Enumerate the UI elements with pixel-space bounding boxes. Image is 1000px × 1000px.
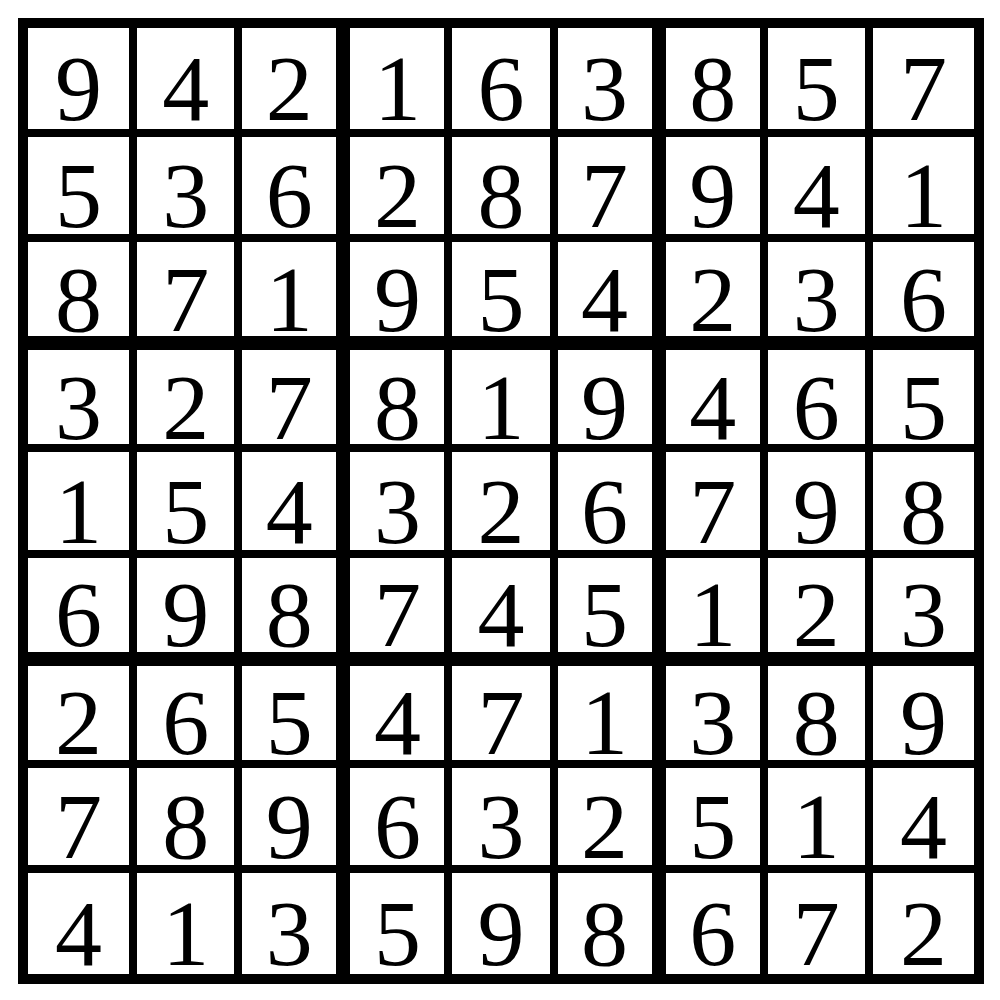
cell-digit: 4 [266, 464, 313, 554]
cell-r7c4[interactable]: 4 [343, 659, 448, 764]
cell-r8c4[interactable]: 6 [343, 764, 448, 869]
cell-r2c7[interactable]: 9 [659, 133, 764, 238]
cell-r6c9[interactable]: 3 [869, 554, 974, 659]
cell-r5c6[interactable]: 6 [554, 448, 659, 553]
cell-digit: 9 [266, 779, 313, 869]
cell-digit: 2 [793, 567, 840, 659]
cell-digit: 9 [477, 886, 524, 974]
cell-digit: 6 [689, 886, 736, 974]
cell-r4c7[interactable]: 4 [659, 343, 764, 448]
cell-r5c7[interactable]: 7 [659, 448, 764, 553]
cell-digit: 2 [689, 252, 736, 344]
cell-r9c3[interactable]: 3 [238, 869, 343, 974]
cell-r8c3[interactable]: 9 [238, 764, 343, 869]
cell-digit: 4 [477, 567, 524, 659]
cell-digit: 6 [266, 148, 313, 238]
cell-digit: 7 [162, 252, 209, 344]
cell-digit: 5 [162, 464, 209, 554]
cell-digit: 5 [477, 252, 524, 344]
cell-r6c8[interactable]: 2 [764, 554, 869, 659]
cell-digit: 8 [162, 779, 209, 869]
cell-digit: 7 [374, 567, 421, 659]
cell-digit: 1 [689, 567, 736, 659]
cell-digit: 4 [793, 148, 840, 238]
cell-digit: 8 [689, 41, 736, 133]
cell-r1c5[interactable]: 6 [448, 28, 553, 133]
cell-digit: 8 [266, 567, 313, 659]
cell-digit: 3 [55, 360, 102, 449]
cell-r4c1[interactable]: 3 [28, 343, 133, 448]
cell-r4c3[interactable]: 7 [238, 343, 343, 448]
cell-digit: 8 [581, 886, 628, 974]
cell-digit: 1 [477, 360, 524, 449]
cell-digit: 8 [55, 252, 102, 344]
cell-digit: 1 [266, 252, 313, 344]
cell-r7c2[interactable]: 6 [133, 659, 238, 764]
cell-r8c5[interactable]: 3 [448, 764, 553, 869]
cell-r6c1[interactable]: 6 [28, 554, 133, 659]
cell-r3c2[interactable]: 7 [133, 238, 238, 343]
cell-digit: 6 [900, 252, 947, 344]
cell-digit: 6 [374, 779, 421, 869]
cell-r2c2[interactable]: 3 [133, 133, 238, 238]
cell-digit: 2 [900, 886, 947, 974]
cell-r5c2[interactable]: 5 [133, 448, 238, 553]
cell-r1c7[interactable]: 8 [659, 28, 764, 133]
cell-r5c1[interactable]: 1 [28, 448, 133, 553]
cell-r6c2[interactable]: 9 [133, 554, 238, 659]
cell-r2c9[interactable]: 1 [869, 133, 974, 238]
cell-digit: 1 [793, 779, 840, 869]
cell-r9c2[interactable]: 1 [133, 869, 238, 974]
cell-digit: 4 [374, 675, 421, 764]
cell-digit: 1 [581, 675, 628, 764]
cell-digit: 4 [581, 252, 628, 344]
sudoku-board: 9421638575362879418719542363278194651543… [18, 18, 984, 984]
cell-r9c7[interactable]: 6 [659, 869, 764, 974]
cell-r2c1[interactable]: 5 [28, 133, 133, 238]
cell-r5c4[interactable]: 3 [343, 448, 448, 553]
cell-digit: 5 [900, 360, 947, 449]
cell-digit: 7 [793, 886, 840, 974]
cell-r3c7[interactable]: 2 [659, 238, 764, 343]
cell-r3c6[interactable]: 4 [554, 238, 659, 343]
cell-digit: 4 [900, 779, 947, 869]
cell-digit: 3 [266, 886, 313, 974]
cell-r6c4[interactable]: 7 [343, 554, 448, 659]
cell-r7c3[interactable]: 5 [238, 659, 343, 764]
cell-r4c4[interactable]: 8 [343, 343, 448, 448]
cell-digit: 5 [793, 41, 840, 133]
cell-r2c3[interactable]: 6 [238, 133, 343, 238]
cell-digit: 1 [374, 41, 421, 133]
cell-r2c6[interactable]: 7 [554, 133, 659, 238]
cell-r3c5[interactable]: 5 [448, 238, 553, 343]
cell-digit: 3 [689, 675, 736, 764]
cell-digit: 1 [55, 464, 102, 554]
cell-r3c9[interactable]: 6 [869, 238, 974, 343]
cell-r1c9[interactable]: 7 [869, 28, 974, 133]
cell-r8c9[interactable]: 4 [869, 764, 974, 869]
cell-r6c3[interactable]: 8 [238, 554, 343, 659]
cell-digit: 2 [374, 148, 421, 238]
cell-digit: 2 [477, 464, 524, 554]
cell-digit: 3 [581, 41, 628, 133]
cell-digit: 8 [477, 148, 524, 238]
cell-r7c8[interactable]: 8 [764, 659, 869, 764]
cell-digit: 4 [162, 41, 209, 133]
cell-digit: 8 [793, 675, 840, 764]
cell-digit: 5 [374, 886, 421, 974]
cell-digit: 5 [55, 148, 102, 238]
cell-digit: 1 [900, 148, 947, 238]
cell-r1c8[interactable]: 5 [764, 28, 869, 133]
cell-digit: 7 [689, 464, 736, 554]
cell-digit: 3 [793, 252, 840, 344]
cell-digit: 4 [689, 360, 736, 449]
cell-digit: 2 [162, 360, 209, 449]
cell-digit: 3 [162, 148, 209, 238]
cell-r1c1[interactable]: 9 [28, 28, 133, 133]
cell-r6c5[interactable]: 4 [448, 554, 553, 659]
cell-r5c9[interactable]: 8 [869, 448, 974, 553]
cell-digit: 6 [55, 567, 102, 659]
cell-digit: 2 [266, 41, 313, 133]
cell-r8c6[interactable]: 2 [554, 764, 659, 869]
cell-r8c8[interactable]: 1 [764, 764, 869, 869]
cell-r8c7[interactable]: 5 [659, 764, 764, 869]
cell-digit: 6 [162, 675, 209, 764]
cell-digit: 3 [374, 464, 421, 554]
cell-digit: 7 [581, 148, 628, 238]
cell-r1c4[interactable]: 1 [343, 28, 448, 133]
cell-digit: 7 [477, 675, 524, 764]
cell-digit: 6 [477, 41, 524, 133]
cell-r4c6[interactable]: 9 [554, 343, 659, 448]
cell-digit: 1 [162, 886, 209, 974]
cell-r5c3[interactable]: 4 [238, 448, 343, 553]
cell-r2c5[interactable]: 8 [448, 133, 553, 238]
cell-digit: 5 [581, 567, 628, 659]
cell-r9c4[interactable]: 5 [343, 869, 448, 974]
cell-digit: 3 [900, 567, 947, 659]
cell-r9c9[interactable]: 2 [869, 869, 974, 974]
cell-digit: 6 [793, 360, 840, 449]
cell-digit: 9 [900, 675, 947, 764]
cell-digit: 9 [689, 148, 736, 238]
cell-r3c4[interactable]: 9 [343, 238, 448, 343]
cell-r9c5[interactable]: 9 [448, 869, 553, 974]
cell-r4c5[interactable]: 1 [448, 343, 553, 448]
cell-digit: 8 [374, 360, 421, 449]
cell-r4c8[interactable]: 6 [764, 343, 869, 448]
cell-r6c6[interactable]: 5 [554, 554, 659, 659]
cell-r7c6[interactable]: 1 [554, 659, 659, 764]
cell-r7c1[interactable]: 2 [28, 659, 133, 764]
cell-r5c8[interactable]: 9 [764, 448, 869, 553]
cell-digit: 7 [266, 360, 313, 449]
cell-digit: 2 [55, 675, 102, 764]
cell-digit: 6 [581, 464, 628, 554]
cell-r9c8[interactable]: 7 [764, 869, 869, 974]
cell-r7c7[interactable]: 3 [659, 659, 764, 764]
cell-r5c5[interactable]: 2 [448, 448, 553, 553]
cell-r2c8[interactable]: 4 [764, 133, 869, 238]
cell-digit: 5 [689, 779, 736, 869]
cell-digit: 3 [477, 779, 524, 869]
cell-digit: 9 [793, 464, 840, 554]
cell-r1c6[interactable]: 3 [554, 28, 659, 133]
cell-r8c2[interactable]: 8 [133, 764, 238, 869]
cell-r1c3[interactable]: 2 [238, 28, 343, 133]
cell-r1c2[interactable]: 4 [133, 28, 238, 133]
cell-r9c1[interactable]: 4 [28, 869, 133, 974]
cell-r7c9[interactable]: 9 [869, 659, 974, 764]
cell-r9c6[interactable]: 8 [554, 869, 659, 974]
cell-r8c1[interactable]: 7 [28, 764, 133, 869]
cell-digit: 7 [55, 779, 102, 869]
cell-r3c1[interactable]: 8 [28, 238, 133, 343]
cell-r3c8[interactable]: 3 [764, 238, 869, 343]
cell-digit: 4 [55, 886, 102, 974]
cell-r7c5[interactable]: 7 [448, 659, 553, 764]
cell-digit: 9 [162, 567, 209, 659]
cell-r4c9[interactable]: 5 [869, 343, 974, 448]
cell-digit: 9 [55, 41, 102, 133]
cell-digit: 8 [900, 464, 947, 554]
cell-digit: 2 [581, 779, 628, 869]
cell-r3c3[interactable]: 1 [238, 238, 343, 343]
cell-digit: 9 [581, 360, 628, 449]
cell-digit: 7 [900, 41, 947, 133]
cell-r2c4[interactable]: 2 [343, 133, 448, 238]
cell-digit: 9 [374, 252, 421, 344]
cell-r4c2[interactable]: 2 [133, 343, 238, 448]
cell-digit: 5 [266, 675, 313, 764]
cell-r6c7[interactable]: 1 [659, 554, 764, 659]
